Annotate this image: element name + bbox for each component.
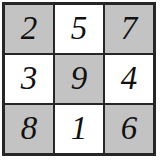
cell-r2c0: 8 — [5, 105, 53, 153]
cell-r1c1: 9 — [55, 55, 103, 103]
cell-r0c0: 2 — [5, 5, 53, 53]
cell-digit: 9 — [71, 62, 88, 95]
cell-r2c2: 6 — [105, 105, 153, 153]
cell-r0c2: 7 — [105, 5, 153, 53]
cell-digit: 4 — [121, 62, 138, 95]
cell-digit: 2 — [21, 12, 38, 45]
cell-r2c1: 1 — [55, 105, 103, 153]
cell-digit: 8 — [21, 112, 38, 145]
cell-digit: 6 — [121, 112, 138, 145]
cell-r1c0: 3 — [5, 55, 53, 103]
cell-r0c1: 5 — [55, 5, 103, 53]
number-grid-board: 257394816 — [2, 2, 156, 156]
cell-r1c2: 4 — [105, 55, 153, 103]
cell-digit: 5 — [71, 12, 88, 45]
cell-digit: 1 — [71, 112, 88, 145]
cell-digit: 7 — [121, 12, 138, 45]
puzzle-diagram: 257394816 — [0, 0, 160, 160]
cell-digit: 3 — [21, 62, 38, 95]
